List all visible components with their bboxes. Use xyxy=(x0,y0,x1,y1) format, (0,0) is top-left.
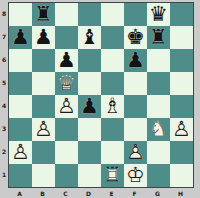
square-h1[interactable] xyxy=(170,164,193,187)
square-a7[interactable]: ♟ xyxy=(9,26,32,49)
square-b3[interactable]: ♟♙ xyxy=(32,118,55,141)
white-queen: ♛♕ xyxy=(55,72,78,95)
square-e7[interactable] xyxy=(101,26,124,49)
square-f4[interactable] xyxy=(124,95,147,118)
file-label-h: H xyxy=(169,189,192,198)
chess-board: ♜♛♟♟♝♚♜♟♟♛♕♟♙♟♝♗♟♙♞♘♟♙♟♙♟♙♜♖♚♔ xyxy=(8,2,194,188)
square-c8[interactable] xyxy=(55,3,78,26)
square-f3[interactable] xyxy=(124,118,147,141)
square-a2[interactable]: ♟♙ xyxy=(9,141,32,164)
file-label-b: B xyxy=(31,189,54,198)
square-d4[interactable]: ♟ xyxy=(78,95,101,118)
white-pawn: ♟♙ xyxy=(32,118,55,141)
square-g8[interactable]: ♛ xyxy=(147,3,170,26)
square-g4[interactable] xyxy=(147,95,170,118)
square-g7[interactable]: ♜ xyxy=(147,26,170,49)
square-d3[interactable] xyxy=(78,118,101,141)
square-c5[interactable]: ♛♕ xyxy=(55,72,78,95)
square-f6[interactable]: ♟ xyxy=(124,49,147,72)
square-h7[interactable] xyxy=(170,26,193,49)
square-d1[interactable] xyxy=(78,164,101,187)
square-f1[interactable]: ♚♔ xyxy=(124,164,147,187)
rank-label-6: 6 xyxy=(0,48,8,71)
file-label-a: A xyxy=(8,189,31,198)
file-label-f: F xyxy=(123,189,146,198)
rank-label-3: 3 xyxy=(0,117,8,140)
square-e2[interactable] xyxy=(101,141,124,164)
rank-labels: 87654321 xyxy=(0,2,8,186)
file-labels: ABCDEFGH xyxy=(8,189,192,198)
square-h3[interactable]: ♟♙ xyxy=(170,118,193,141)
file-label-d: D xyxy=(77,189,100,198)
square-a4[interactable] xyxy=(9,95,32,118)
square-a3[interactable] xyxy=(9,118,32,141)
square-b2[interactable] xyxy=(32,141,55,164)
square-g2[interactable] xyxy=(147,141,170,164)
white-pawn: ♟♙ xyxy=(55,95,78,118)
square-e8[interactable] xyxy=(101,3,124,26)
square-e4[interactable]: ♝♗ xyxy=(101,95,124,118)
square-f8[interactable] xyxy=(124,3,147,26)
white-pawn: ♟♙ xyxy=(124,141,147,164)
square-c3[interactable] xyxy=(55,118,78,141)
black-rook: ♜ xyxy=(32,3,55,26)
square-b5[interactable] xyxy=(32,72,55,95)
square-g1[interactable] xyxy=(147,164,170,187)
square-a5[interactable] xyxy=(9,72,32,95)
black-bishop: ♝ xyxy=(78,26,101,49)
square-h6[interactable] xyxy=(170,49,193,72)
black-rook: ♜ xyxy=(147,26,170,49)
square-b1[interactable] xyxy=(32,164,55,187)
square-d8[interactable] xyxy=(78,3,101,26)
square-d7[interactable]: ♝ xyxy=(78,26,101,49)
square-h4[interactable] xyxy=(170,95,193,118)
square-g6[interactable] xyxy=(147,49,170,72)
rank-label-1: 1 xyxy=(0,163,8,186)
square-e3[interactable] xyxy=(101,118,124,141)
black-king: ♚ xyxy=(124,26,147,49)
chess-diagram: 87654321 ♜♛♟♟♝♚♜♟♟♛♕♟♙♟♝♗♟♙♞♘♟♙♟♙♟♙♜♖♚♔ … xyxy=(0,0,200,198)
white-pawn: ♟♙ xyxy=(170,118,193,141)
square-d2[interactable] xyxy=(78,141,101,164)
square-h2[interactable] xyxy=(170,141,193,164)
white-pawn: ♟♙ xyxy=(9,141,32,164)
rank-label-4: 4 xyxy=(0,94,8,117)
file-label-g: G xyxy=(146,189,169,198)
black-queen: ♛ xyxy=(147,3,170,26)
square-h5[interactable] xyxy=(170,72,193,95)
square-d5[interactable] xyxy=(78,72,101,95)
square-e5[interactable] xyxy=(101,72,124,95)
square-f7[interactable]: ♚ xyxy=(124,26,147,49)
square-c4[interactable]: ♟♙ xyxy=(55,95,78,118)
square-h8[interactable] xyxy=(170,3,193,26)
square-b8[interactable]: ♜ xyxy=(32,3,55,26)
square-c2[interactable] xyxy=(55,141,78,164)
square-a6[interactable] xyxy=(9,49,32,72)
square-c7[interactable] xyxy=(55,26,78,49)
white-knight: ♞♘ xyxy=(147,118,170,141)
square-e6[interactable] xyxy=(101,49,124,72)
square-e1[interactable]: ♜♖ xyxy=(101,164,124,187)
white-king: ♚♔ xyxy=(124,164,147,187)
file-label-e: E xyxy=(100,189,123,198)
rank-label-8: 8 xyxy=(0,2,8,25)
file-label-c: C xyxy=(54,189,77,198)
square-d6[interactable] xyxy=(78,49,101,72)
square-g3[interactable]: ♞♘ xyxy=(147,118,170,141)
square-g5[interactable] xyxy=(147,72,170,95)
square-b7[interactable]: ♟ xyxy=(32,26,55,49)
square-a1[interactable] xyxy=(9,164,32,187)
black-pawn: ♟ xyxy=(124,49,147,72)
square-f5[interactable] xyxy=(124,72,147,95)
rank-label-7: 7 xyxy=(0,25,8,48)
rank-label-2: 2 xyxy=(0,140,8,163)
black-pawn: ♟ xyxy=(32,26,55,49)
square-b6[interactable] xyxy=(32,49,55,72)
white-bishop: ♝♗ xyxy=(101,95,124,118)
rank-label-5: 5 xyxy=(0,71,8,94)
square-b4[interactable] xyxy=(32,95,55,118)
square-f2[interactable]: ♟♙ xyxy=(124,141,147,164)
square-c1[interactable] xyxy=(55,164,78,187)
black-pawn: ♟ xyxy=(55,49,78,72)
black-pawn: ♟ xyxy=(78,95,101,118)
square-c6[interactable]: ♟ xyxy=(55,49,78,72)
square-a8[interactable] xyxy=(9,3,32,26)
black-pawn: ♟ xyxy=(9,26,32,49)
white-rook: ♜♖ xyxy=(101,164,124,187)
